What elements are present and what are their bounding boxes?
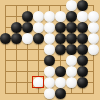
black-stone[interactable] [77, 0, 88, 11]
white-stone[interactable] [66, 0, 77, 11]
white-stone[interactable] [44, 66, 55, 77]
black-stone[interactable] [77, 55, 88, 66]
white-stone[interactable] [44, 22, 55, 33]
go-board[interactable] [0, 0, 100, 100]
black-stone[interactable] [77, 44, 88, 55]
black-stone[interactable] [55, 33, 66, 44]
white-stone[interactable] [22, 33, 33, 44]
white-stone[interactable] [44, 33, 55, 44]
black-stone[interactable] [66, 11, 77, 22]
white-stone[interactable] [66, 77, 77, 88]
black-stone[interactable] [66, 44, 77, 55]
black-stone[interactable] [22, 22, 33, 33]
white-stone[interactable] [44, 11, 55, 22]
go-board-screenshot [0, 0, 100, 100]
black-stone[interactable] [0, 33, 11, 44]
black-stone[interactable] [11, 22, 22, 33]
black-stone[interactable] [77, 33, 88, 44]
white-stone[interactable] [44, 77, 55, 88]
black-stone[interactable] [77, 77, 88, 88]
black-stone[interactable] [77, 66, 88, 77]
white-stone[interactable] [88, 33, 99, 44]
white-stone[interactable] [55, 11, 66, 22]
white-stone[interactable] [33, 22, 44, 33]
black-stone[interactable] [44, 55, 55, 66]
black-stone[interactable] [55, 66, 66, 77]
black-stone[interactable] [66, 22, 77, 33]
white-stone[interactable] [77, 11, 88, 22]
black-stone[interactable] [55, 22, 66, 33]
black-stone[interactable] [55, 88, 66, 99]
white-stone[interactable] [88, 22, 99, 33]
black-stone[interactable] [11, 33, 22, 44]
white-stone[interactable] [44, 44, 55, 55]
last-move-marker [32, 76, 44, 88]
black-stone[interactable] [77, 22, 88, 33]
black-stone[interactable] [22, 11, 33, 22]
white-stone[interactable] [44, 88, 55, 99]
black-stone[interactable] [33, 33, 44, 44]
white-stone[interactable] [55, 77, 66, 88]
black-stone[interactable] [55, 44, 66, 55]
white-stone[interactable] [66, 55, 77, 66]
white-stone[interactable] [66, 66, 77, 77]
white-stone[interactable] [33, 11, 44, 22]
black-stone[interactable] [66, 33, 77, 44]
white-stone[interactable] [88, 11, 99, 22]
white-stone[interactable] [88, 44, 99, 55]
